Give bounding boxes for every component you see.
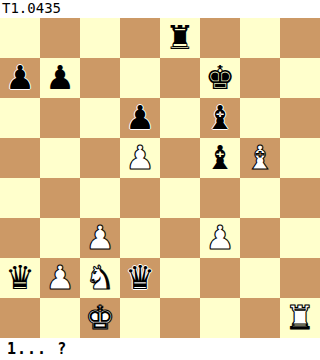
square-g2[interactable] <box>240 258 280 298</box>
black-pawn-icon: ♟ <box>120 98 160 138</box>
black-king-icon: ♚ <box>200 58 240 98</box>
square-f7[interactable]: ♚ <box>200 58 240 98</box>
square-d4[interactable] <box>120 178 160 218</box>
square-d3[interactable] <box>120 218 160 258</box>
square-f2[interactable] <box>200 258 240 298</box>
square-b1[interactable] <box>40 298 80 338</box>
square-e4[interactable] <box>160 178 200 218</box>
square-f3[interactable]: ♟ <box>200 218 240 258</box>
white-knight-icon: ♞ <box>80 258 120 298</box>
square-h3[interactable] <box>280 218 320 258</box>
square-a5[interactable] <box>0 138 40 178</box>
square-b5[interactable] <box>40 138 80 178</box>
square-c2[interactable]: ♞ <box>80 258 120 298</box>
black-bishop-icon: ♝ <box>200 98 240 138</box>
white-king-icon: ♚ <box>80 298 120 338</box>
square-e2[interactable] <box>160 258 200 298</box>
square-e7[interactable] <box>160 58 200 98</box>
square-h1[interactable]: ♜ <box>280 298 320 338</box>
square-g3[interactable] <box>240 218 280 258</box>
square-b7[interactable]: ♟ <box>40 58 80 98</box>
square-d7[interactable] <box>120 58 160 98</box>
square-a6[interactable] <box>0 98 40 138</box>
puzzle-id-label: T1.0435 <box>0 0 320 18</box>
square-d1[interactable] <box>120 298 160 338</box>
square-a2[interactable]: ♛ <box>0 258 40 298</box>
white-pawn-icon: ♟ <box>200 218 240 258</box>
square-e6[interactable] <box>160 98 200 138</box>
square-a8[interactable] <box>0 18 40 58</box>
square-e8[interactable]: ♜ <box>160 18 200 58</box>
square-f5[interactable]: ♝ <box>200 138 240 178</box>
square-h4[interactable] <box>280 178 320 218</box>
white-rook-icon: ♜ <box>280 298 320 338</box>
square-f4[interactable] <box>200 178 240 218</box>
square-b4[interactable] <box>40 178 80 218</box>
square-e3[interactable] <box>160 218 200 258</box>
square-c7[interactable] <box>80 58 120 98</box>
square-a7[interactable]: ♟ <box>0 58 40 98</box>
white-pawn-icon: ♟ <box>40 258 80 298</box>
square-d5[interactable]: ♟ <box>120 138 160 178</box>
white-pawn-icon: ♟ <box>120 138 160 178</box>
square-b8[interactable] <box>40 18 80 58</box>
square-h2[interactable] <box>280 258 320 298</box>
square-a4[interactable] <box>0 178 40 218</box>
square-d2[interactable]: ♛ <box>120 258 160 298</box>
square-b2[interactable]: ♟ <box>40 258 80 298</box>
move-prompt: 1... ? <box>0 338 320 360</box>
square-h8[interactable] <box>280 18 320 58</box>
white-pawn-icon: ♟ <box>80 218 120 258</box>
square-c3[interactable]: ♟ <box>80 218 120 258</box>
black-pawn-icon: ♟ <box>0 58 40 98</box>
square-g7[interactable] <box>240 58 280 98</box>
square-c5[interactable] <box>80 138 120 178</box>
white-bishop-icon: ♝ <box>240 138 280 178</box>
square-a3[interactable] <box>0 218 40 258</box>
square-c6[interactable] <box>80 98 120 138</box>
square-c8[interactable] <box>80 18 120 58</box>
square-g1[interactable] <box>240 298 280 338</box>
square-f8[interactable] <box>200 18 240 58</box>
square-a1[interactable] <box>0 298 40 338</box>
black-queen-icon: ♛ <box>0 258 40 298</box>
square-c4[interactable] <box>80 178 120 218</box>
black-queen-icon: ♛ <box>120 258 160 298</box>
square-c1[interactable]: ♚ <box>80 298 120 338</box>
square-h7[interactable] <box>280 58 320 98</box>
square-h5[interactable] <box>280 138 320 178</box>
black-rook-icon: ♜ <box>160 18 200 58</box>
square-h6[interactable] <box>280 98 320 138</box>
square-f1[interactable] <box>200 298 240 338</box>
square-g6[interactable] <box>240 98 280 138</box>
square-b6[interactable] <box>40 98 80 138</box>
square-e5[interactable] <box>160 138 200 178</box>
black-bishop-icon: ♝ <box>200 138 240 178</box>
square-b3[interactable] <box>40 218 80 258</box>
square-g8[interactable] <box>240 18 280 58</box>
black-pawn-icon: ♟ <box>40 58 80 98</box>
chess-trainer-window: T1.0435 ♜♟♟♚♟♝♟♝♝♟♟♛♟♞♛♚♜ 1... ? <box>0 0 320 360</box>
square-d6[interactable]: ♟ <box>120 98 160 138</box>
chess-board: ♜♟♟♚♟♝♟♝♝♟♟♛♟♞♛♚♜ <box>0 18 320 338</box>
square-e1[interactable] <box>160 298 200 338</box>
square-g4[interactable] <box>240 178 280 218</box>
square-d8[interactable] <box>120 18 160 58</box>
square-g5[interactable]: ♝ <box>240 138 280 178</box>
square-f6[interactable]: ♝ <box>200 98 240 138</box>
